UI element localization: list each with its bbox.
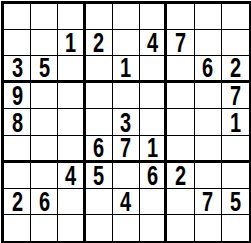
given-digit: 5 <box>93 164 104 188</box>
given-digit: 5 <box>230 190 241 214</box>
cell-r4c2[interactable] <box>31 83 58 109</box>
cell-r8c2: 6 <box>31 189 58 215</box>
cell-r8c8: 7 <box>195 189 222 215</box>
given-digit: 8 <box>12 111 23 135</box>
cell-r9c9[interactable] <box>222 215 249 241</box>
cell-r4c7[interactable] <box>167 83 194 109</box>
cell-r2c7: 7 <box>167 30 194 56</box>
given-digit: 2 <box>12 190 23 214</box>
given-digit: 3 <box>12 56 23 80</box>
given-digit: 7 <box>175 31 186 55</box>
cell-r3c8: 6 <box>195 56 222 83</box>
cell-r3c7[interactable] <box>167 56 194 83</box>
cell-r3c5: 1 <box>113 56 140 83</box>
cell-r3c2: 5 <box>31 56 58 83</box>
cell-r4c9: 7 <box>222 83 249 109</box>
cell-r6c2[interactable] <box>31 136 58 163</box>
cell-r7c8[interactable] <box>195 163 222 189</box>
given-digit: 2 <box>93 31 104 55</box>
cell-r9c6[interactable] <box>140 215 167 241</box>
cell-r8c3[interactable] <box>58 189 85 215</box>
cell-r6c5: 7 <box>113 136 140 163</box>
cell-r5c2[interactable] <box>31 109 58 135</box>
cell-r4c6[interactable] <box>140 83 167 109</box>
given-digit: 5 <box>39 56 50 80</box>
given-digit: 7 <box>230 84 241 108</box>
cell-r7c9[interactable] <box>222 163 249 189</box>
cell-r6c7[interactable] <box>167 136 194 163</box>
cell-r9c7[interactable] <box>167 215 194 241</box>
cell-r2c3: 1 <box>58 30 85 56</box>
cell-r1c8[interactable] <box>195 4 222 30</box>
given-digit: 4 <box>65 164 76 188</box>
cell-r1c5[interactable] <box>113 4 140 30</box>
given-digit: 4 <box>120 190 131 214</box>
given-digit: 6 <box>202 56 213 80</box>
cell-r1c2[interactable] <box>31 4 58 30</box>
given-digit: 1 <box>65 31 76 55</box>
cell-r5c9: 1 <box>222 109 249 135</box>
cell-r7c3: 4 <box>58 163 85 189</box>
cell-r1c6[interactable] <box>140 4 167 30</box>
cell-r7c5[interactable] <box>113 163 140 189</box>
given-digit: 6 <box>39 190 50 214</box>
cell-r6c8[interactable] <box>195 136 222 163</box>
cell-r8c5: 4 <box>113 189 140 215</box>
given-digit: 6 <box>93 136 104 160</box>
cell-r9c3[interactable] <box>58 215 85 241</box>
given-digit: 6 <box>147 164 158 188</box>
given-digit: 1 <box>120 56 131 80</box>
cell-r6c9[interactable] <box>222 136 249 163</box>
given-digit: 4 <box>147 31 158 55</box>
cell-r4c5[interactable] <box>113 83 140 109</box>
cell-r3c6[interactable] <box>140 56 167 83</box>
cell-r3c3[interactable] <box>58 56 85 83</box>
cell-r4c1: 9 <box>4 83 31 109</box>
cell-r6c6: 1 <box>140 136 167 163</box>
cell-r5c3[interactable] <box>58 109 85 135</box>
given-digit: 3 <box>120 111 131 135</box>
cell-r6c4: 6 <box>86 136 113 163</box>
cell-r3c1: 3 <box>4 56 31 83</box>
cell-r1c7[interactable] <box>167 4 194 30</box>
cell-r6c3[interactable] <box>58 136 85 163</box>
given-digit: 9 <box>12 84 23 108</box>
cell-r1c4[interactable] <box>86 4 113 30</box>
cell-r2c4: 2 <box>86 30 113 56</box>
cell-r4c4[interactable] <box>86 83 113 109</box>
given-digit: 1 <box>230 111 241 135</box>
cell-r1c1[interactable] <box>4 4 31 30</box>
cell-r9c1[interactable] <box>4 215 31 241</box>
given-digit: 7 <box>202 190 213 214</box>
cell-r8c1: 2 <box>4 189 31 215</box>
given-digit: 7 <box>120 136 131 160</box>
cell-r8c4[interactable] <box>86 189 113 215</box>
cell-r5c7[interactable] <box>167 109 194 135</box>
sudoku-board: 12473516297831671456226475 <box>1 1 251 243</box>
given-digit: 1 <box>147 136 158 160</box>
cell-r1c3[interactable] <box>58 4 85 30</box>
given-digit: 2 <box>230 56 241 80</box>
cell-r9c8[interactable] <box>195 215 222 241</box>
cell-r5c1: 8 <box>4 109 31 135</box>
cell-r6c1[interactable] <box>4 136 31 163</box>
cell-r8c9: 5 <box>222 189 249 215</box>
cell-r7c6: 6 <box>140 163 167 189</box>
cell-r9c2[interactable] <box>31 215 58 241</box>
cell-r8c7[interactable] <box>167 189 194 215</box>
cell-r9c5[interactable] <box>113 215 140 241</box>
cell-r8c6[interactable] <box>140 189 167 215</box>
cell-r3c4[interactable] <box>86 56 113 83</box>
cell-r9c4[interactable] <box>86 215 113 241</box>
cell-r7c1[interactable] <box>4 163 31 189</box>
cell-r2c6: 4 <box>140 30 167 56</box>
cell-r1c9[interactable] <box>222 4 249 30</box>
given-digit: 2 <box>175 164 186 188</box>
cell-r7c2[interactable] <box>31 163 58 189</box>
cell-r4c3[interactable] <box>58 83 85 109</box>
cell-r7c4: 5 <box>86 163 113 189</box>
cell-r7c7: 2 <box>167 163 194 189</box>
cell-r5c8[interactable] <box>195 109 222 135</box>
cell-r4c8[interactable] <box>195 83 222 109</box>
cell-r3c9: 2 <box>222 56 249 83</box>
